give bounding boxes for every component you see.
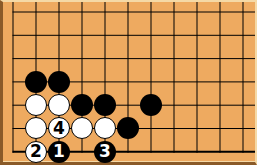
white-stone-e2 bbox=[94, 117, 116, 139]
black-stone-b4 bbox=[25, 71, 47, 93]
white-stone-d2 bbox=[71, 117, 93, 139]
black-stone-e3 bbox=[94, 94, 116, 116]
white-stone-b3 bbox=[25, 94, 47, 116]
stones-layer: 4213 bbox=[2, 0, 255, 163]
go-diagram-frame: 4213 bbox=[0, 0, 257, 165]
black-stone-e1-move-3: 3 bbox=[94, 141, 116, 163]
move-number: 3 bbox=[99, 143, 111, 160]
black-stone-c4 bbox=[48, 71, 70, 93]
move-number: 2 bbox=[30, 143, 42, 160]
black-stone-f2 bbox=[117, 117, 139, 139]
white-stone-c3 bbox=[48, 94, 70, 116]
white-stone-b1-move-2: 2 bbox=[25, 141, 47, 163]
white-stone-b2 bbox=[25, 117, 47, 139]
white-stone-c2-move-4: 4 bbox=[48, 117, 70, 139]
black-stone-d3 bbox=[71, 94, 93, 116]
move-number: 4 bbox=[53, 120, 65, 137]
go-board: 4213 bbox=[3, 2, 255, 162]
move-number: 1 bbox=[53, 143, 65, 160]
black-stone-g3 bbox=[140, 94, 162, 116]
black-stone-c1-move-1: 1 bbox=[48, 141, 70, 163]
